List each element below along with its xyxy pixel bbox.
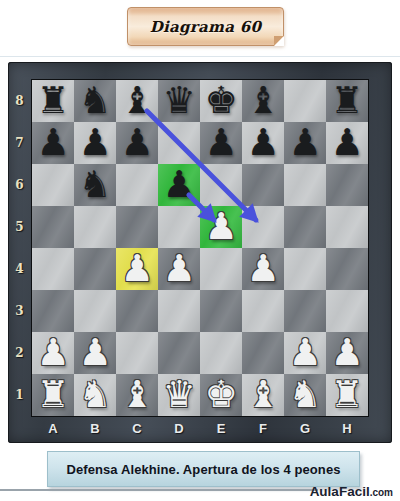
file-label-c: C xyxy=(116,420,158,438)
square-d3 xyxy=(158,290,200,332)
square-c3 xyxy=(116,290,158,332)
square-d4: ♟ xyxy=(158,248,200,290)
square-a2: ♟ xyxy=(32,332,74,374)
diagram-title: Diagrama 60 xyxy=(150,18,262,36)
square-a6 xyxy=(32,164,74,206)
brand-name: AulaFacil xyxy=(310,484,370,499)
square-c2 xyxy=(116,332,158,374)
square-a5 xyxy=(32,206,74,248)
brand-logo: AulaFacil.com xyxy=(310,482,393,500)
square-f3 xyxy=(242,290,284,332)
square-d5 xyxy=(158,206,200,248)
square-c8: ♝ xyxy=(116,80,158,122)
square-h4 xyxy=(326,248,368,290)
square-h8: ♜ xyxy=(326,80,368,122)
square-b5 xyxy=(74,206,116,248)
file-label-a: A xyxy=(32,420,74,438)
rank-label-6: 6 xyxy=(8,164,31,206)
square-g1: ♞ xyxy=(284,374,326,416)
piece-black-bishop: ♝ xyxy=(120,80,153,122)
piece-white-pawn: ♟ xyxy=(78,332,111,374)
square-e8: ♚ xyxy=(200,80,242,122)
square-e7: ♟ xyxy=(200,122,242,164)
square-e5: ♟ xyxy=(200,206,242,248)
piece-white-king: ♚ xyxy=(204,374,237,416)
piece-black-knight: ♞ xyxy=(78,80,111,122)
square-d7 xyxy=(158,122,200,164)
square-b3 xyxy=(74,290,116,332)
square-e3 xyxy=(200,290,242,332)
piece-white-knight: ♞ xyxy=(78,374,111,416)
square-c1: ♝ xyxy=(116,374,158,416)
piece-black-pawn: ♟ xyxy=(36,122,69,164)
file-label-e: E xyxy=(200,420,242,438)
piece-white-bishop: ♝ xyxy=(246,374,279,416)
piece-white-bishop: ♝ xyxy=(120,374,153,416)
file-label-g: G xyxy=(284,420,326,438)
piece-black-rook: ♜ xyxy=(36,80,69,122)
caption-text: Defensa Alekhine. Apertura de los 4 peon… xyxy=(66,462,340,477)
bottom-divider-line xyxy=(0,489,318,491)
chess-board: ♜♞♝♛♚♝♜♟♟♟♟♟♟♟♞♟♟♟♟♟♟♟♟♟♜♞♝♛♚♝♞♜ 8765432… xyxy=(8,62,392,443)
square-g4 xyxy=(284,248,326,290)
rank-label-7: 7 xyxy=(8,122,31,164)
square-d8: ♛ xyxy=(158,80,200,122)
square-f6 xyxy=(242,164,284,206)
square-g5 xyxy=(284,206,326,248)
square-c6 xyxy=(116,164,158,206)
piece-white-pawn: ♟ xyxy=(120,248,153,290)
rank-label-4: 4 xyxy=(8,248,31,290)
square-g8 xyxy=(284,80,326,122)
rank-label-8: 8 xyxy=(8,80,31,122)
piece-black-pawn: ♟ xyxy=(204,122,237,164)
square-a7: ♟ xyxy=(32,122,74,164)
rank-label-3: 3 xyxy=(8,290,31,332)
square-c5 xyxy=(116,206,158,248)
square-b2: ♟ xyxy=(74,332,116,374)
square-b1: ♞ xyxy=(74,374,116,416)
piece-black-king: ♚ xyxy=(204,80,237,122)
piece-black-rook: ♜ xyxy=(330,80,363,122)
diagram-title-plaque: Diagrama 60 xyxy=(127,7,284,46)
square-g3 xyxy=(284,290,326,332)
square-g7: ♟ xyxy=(284,122,326,164)
piece-black-pawn: ♟ xyxy=(246,122,279,164)
square-h2: ♟ xyxy=(326,332,368,374)
square-h5 xyxy=(326,206,368,248)
square-e1: ♚ xyxy=(200,374,242,416)
square-a8: ♜ xyxy=(32,80,74,122)
brand-tld: .com xyxy=(370,487,393,498)
square-g2: ♟ xyxy=(284,332,326,374)
square-f2 xyxy=(242,332,284,374)
piece-black-pawn: ♟ xyxy=(162,164,195,206)
piece-white-rook: ♜ xyxy=(36,374,69,416)
square-h6 xyxy=(326,164,368,206)
piece-white-pawn: ♟ xyxy=(246,248,279,290)
piece-black-bishop: ♝ xyxy=(246,80,279,122)
piece-white-rook: ♜ xyxy=(330,374,363,416)
piece-black-knight: ♞ xyxy=(78,164,111,206)
square-h1: ♜ xyxy=(326,374,368,416)
square-e2 xyxy=(200,332,242,374)
square-a4 xyxy=(32,248,74,290)
square-c4: ♟ xyxy=(116,248,158,290)
square-e4 xyxy=(200,248,242,290)
square-e6 xyxy=(200,164,242,206)
square-a3 xyxy=(32,290,74,332)
square-b8: ♞ xyxy=(74,80,116,122)
square-a1: ♜ xyxy=(32,374,74,416)
piece-white-knight: ♞ xyxy=(288,374,321,416)
square-b6: ♞ xyxy=(74,164,116,206)
square-d6: ♟ xyxy=(158,164,200,206)
piece-white-pawn: ♟ xyxy=(288,332,321,374)
square-f4: ♟ xyxy=(242,248,284,290)
piece-white-queen: ♛ xyxy=(162,374,195,416)
file-label-d: D xyxy=(158,420,200,438)
square-h7: ♟ xyxy=(326,122,368,164)
square-d1: ♛ xyxy=(158,374,200,416)
file-label-f: F xyxy=(242,420,284,438)
board-squares: ♜♞♝♛♚♝♜♟♟♟♟♟♟♟♞♟♟♟♟♟♟♟♟♟♜♞♝♛♚♝♞♜ xyxy=(31,79,369,417)
square-c7: ♟ xyxy=(116,122,158,164)
square-h3 xyxy=(326,290,368,332)
square-g6 xyxy=(284,164,326,206)
square-f1: ♝ xyxy=(242,374,284,416)
square-d2 xyxy=(158,332,200,374)
rank-label-2: 2 xyxy=(8,332,31,374)
file-label-b: B xyxy=(74,420,116,438)
piece-white-pawn: ♟ xyxy=(36,332,69,374)
page: { "header": { "title": "Diagrama 60" }, … xyxy=(0,0,400,501)
rank-label-1: 1 xyxy=(8,374,31,416)
piece-black-queen: ♛ xyxy=(162,80,195,122)
square-f5 xyxy=(242,206,284,248)
piece-black-pawn: ♟ xyxy=(330,122,363,164)
square-f8: ♝ xyxy=(242,80,284,122)
top-divider-line xyxy=(0,56,400,57)
square-b7: ♟ xyxy=(74,122,116,164)
square-f7: ♟ xyxy=(242,122,284,164)
square-b4 xyxy=(74,248,116,290)
piece-white-pawn: ♟ xyxy=(330,332,363,374)
file-label-h: H xyxy=(326,420,368,438)
rank-label-5: 5 xyxy=(8,206,31,248)
piece-white-pawn: ♟ xyxy=(162,248,195,290)
piece-black-pawn: ♟ xyxy=(288,122,321,164)
piece-black-pawn: ♟ xyxy=(120,122,153,164)
piece-black-pawn: ♟ xyxy=(78,122,111,164)
piece-white-pawn: ♟ xyxy=(204,206,237,248)
